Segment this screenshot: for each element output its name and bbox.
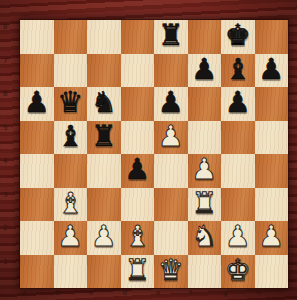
square-b8[interactable] [54,20,88,54]
white-rook[interactable]: ♜ [191,189,217,218]
rank-label-6: 6 [3,91,17,98]
square-e4[interactable] [154,154,188,188]
square-a5[interactable] [20,121,54,155]
square-d1[interactable]: ♜ [121,255,155,289]
square-a8[interactable] [20,20,54,54]
square-c2[interactable]: ♟ [87,221,121,255]
square-g3[interactable] [221,188,255,222]
white-pawn[interactable]: ♟ [225,222,251,251]
white-king[interactable]: ♚ [225,256,251,285]
square-c5[interactable]: ♜ [87,121,121,155]
square-g6[interactable]: ♟ [221,87,255,121]
square-b5[interactable]: ♝ [54,121,88,155]
rank-label-3: 3 [3,192,17,199]
square-e2[interactable] [154,221,188,255]
white-pawn[interactable]: ♟ [57,222,83,251]
file-label-h: h [257,290,271,297]
square-h1[interactable] [255,255,289,289]
square-e3[interactable] [154,188,188,222]
square-e1[interactable]: ♛ [154,255,188,289]
square-a1[interactable] [20,255,54,289]
square-g8[interactable]: ♚ [221,20,255,54]
square-b4[interactable] [54,154,88,188]
square-h4[interactable] [255,154,289,188]
black-pawn[interactable]: ♟ [191,55,217,84]
white-pawn[interactable]: ♟ [258,222,284,251]
square-d8[interactable] [121,20,155,54]
square-d2[interactable]: ♝ [121,221,155,255]
square-a4[interactable] [20,154,54,188]
square-h2[interactable]: ♟ [255,221,289,255]
square-f2[interactable]: ♞ [188,221,222,255]
square-f3[interactable]: ♜ [188,188,222,222]
file-label-a: a [22,290,36,297]
chess-board: ♜♚♟♝♟♟♛♞♟♟♝♜♟♟♟♝♜♟♟♝♞♟♟♜♛♚ [20,20,288,288]
black-rook[interactable]: ♜ [158,21,184,50]
black-pawn[interactable]: ♟ [225,88,251,117]
square-h6[interactable] [255,87,289,121]
square-b3[interactable]: ♝ [54,188,88,222]
rank-label-2: 2 [3,225,17,232]
white-bishop[interactable]: ♝ [124,222,150,251]
square-g4[interactable] [221,154,255,188]
rank-label-4: 4 [3,158,17,165]
file-label-e: e [156,290,170,297]
black-rook[interactable]: ♜ [91,122,117,151]
square-f1[interactable] [188,255,222,289]
square-h7[interactable]: ♟ [255,54,289,88]
square-g7[interactable]: ♝ [221,54,255,88]
square-e5[interactable]: ♟ [154,121,188,155]
white-queen[interactable]: ♛ [158,256,184,285]
white-pawn[interactable]: ♟ [158,122,184,151]
square-a3[interactable] [20,188,54,222]
square-d5[interactable] [121,121,155,155]
black-pawn[interactable]: ♟ [158,88,184,117]
square-f8[interactable] [188,20,222,54]
square-h8[interactable] [255,20,289,54]
black-knight[interactable]: ♞ [91,88,117,117]
square-b2[interactable]: ♟ [54,221,88,255]
square-f4[interactable]: ♟ [188,154,222,188]
white-knight[interactable]: ♞ [191,222,217,251]
square-h3[interactable] [255,188,289,222]
black-bishop[interactable]: ♝ [225,55,251,84]
square-c6[interactable]: ♞ [87,87,121,121]
square-c4[interactable] [87,154,121,188]
file-label-c: c [89,290,103,297]
square-c3[interactable] [87,188,121,222]
square-h5[interactable] [255,121,289,155]
rank-label-8: 8 [3,24,17,31]
square-c8[interactable] [87,20,121,54]
square-d6[interactable] [121,87,155,121]
square-c7[interactable] [87,54,121,88]
white-bishop[interactable]: ♝ [57,189,83,218]
black-king[interactable]: ♚ [225,21,251,50]
square-d4[interactable]: ♟ [121,154,155,188]
square-d3[interactable] [121,188,155,222]
square-e8[interactable]: ♜ [154,20,188,54]
rank-label-1: 1 [3,259,17,266]
black-pawn[interactable]: ♟ [24,88,50,117]
file-label-f: f [190,290,204,297]
black-queen[interactable]: ♛ [57,88,83,117]
chess-board-frame: ♜♚♟♝♟♟♛♞♟♟♝♜♟♟♟♝♜♟♟♝♞♟♟♜♛♚ 87654321abcde… [0,0,297,300]
square-f5[interactable] [188,121,222,155]
black-pawn[interactable]: ♟ [124,155,150,184]
black-pawn[interactable]: ♟ [258,55,284,84]
square-e7[interactable] [154,54,188,88]
square-b6[interactable]: ♛ [54,87,88,121]
square-e6[interactable]: ♟ [154,87,188,121]
white-pawn[interactable]: ♟ [191,155,217,184]
white-rook[interactable]: ♜ [124,256,150,285]
file-label-g: g [223,290,237,297]
square-b7[interactable] [54,54,88,88]
black-bishop[interactable]: ♝ [57,122,83,151]
square-g2[interactable]: ♟ [221,221,255,255]
square-d7[interactable] [121,54,155,88]
square-a7[interactable] [20,54,54,88]
white-pawn[interactable]: ♟ [91,222,117,251]
square-f7[interactable]: ♟ [188,54,222,88]
rank-label-7: 7 [3,58,17,65]
square-g5[interactable] [221,121,255,155]
square-c1[interactable] [87,255,121,289]
square-g1[interactable]: ♚ [221,255,255,289]
file-label-b: b [56,290,70,297]
square-a6[interactable]: ♟ [20,87,54,121]
square-b1[interactable] [54,255,88,289]
file-label-d: d [123,290,137,297]
rank-label-5: 5 [3,125,17,132]
square-a2[interactable] [20,221,54,255]
square-f6[interactable] [188,87,222,121]
